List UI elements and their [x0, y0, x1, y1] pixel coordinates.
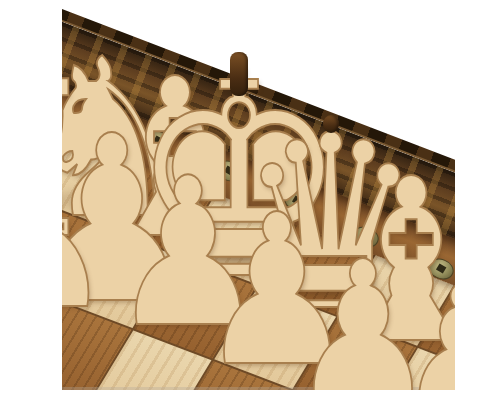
white-pawn-c2: ♟ — [398, 264, 455, 390]
product-photo: ♜ ♟ ♞ ♟ ♝ ♟ ♚ ♟ ♛ ♟ ♝ ♟ — [0, 0, 500, 400]
chess-set-photo: ♜ ♟ ♞ ♟ ♝ ♟ ♚ ♟ ♛ ♟ ♝ ♟ — [62, 0, 455, 390]
